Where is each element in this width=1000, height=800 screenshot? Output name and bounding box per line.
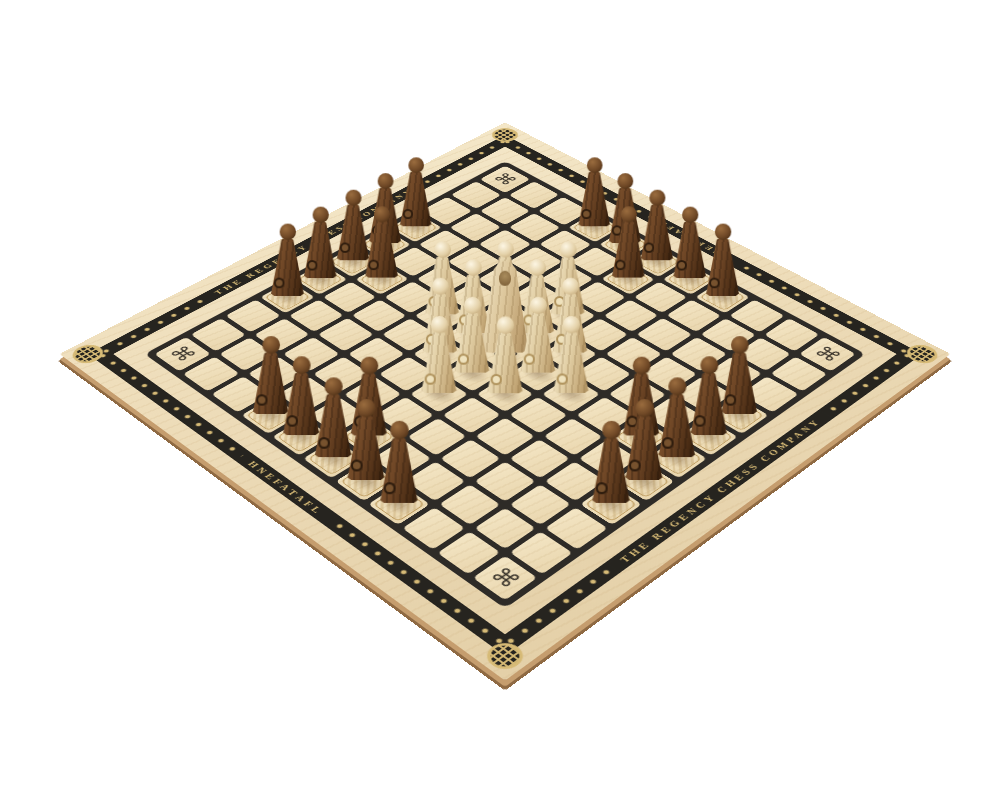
- shield-icon: [403, 209, 413, 219]
- shield-icon: [256, 394, 267, 405]
- hnefatafl-board: Hnefatafl Hnefatafl The Regency Chess Co…: [60, 122, 951, 680]
- shield-icon: [676, 260, 686, 270]
- defender-piece[interactable]: [553, 315, 590, 393]
- shield-icon: [524, 353, 535, 364]
- product-photo-scene: Hnefatafl Hnefatafl The Regency Chess Co…: [0, 0, 1000, 800]
- shield-icon: [318, 437, 330, 449]
- defender-piece[interactable]: [519, 296, 555, 373]
- defender-piece[interactable]: [487, 315, 524, 393]
- shield-icon: [307, 260, 317, 270]
- shield-icon: [350, 459, 362, 471]
- shield-icon: [581, 209, 591, 219]
- attacker-piece[interactable]: [658, 376, 696, 457]
- attacker-piece[interactable]: [379, 420, 418, 503]
- defender-piece[interactable]: [420, 315, 457, 393]
- board-grid: ⌘⌘⌘⌘⌘: [144, 161, 865, 608]
- shield-icon: [274, 278, 285, 289]
- defender-piece[interactable]: [454, 296, 490, 373]
- attacker-piece[interactable]: [591, 420, 630, 503]
- attacker-piece[interactable]: [611, 205, 645, 277]
- attacker-piece[interactable]: [625, 398, 664, 480]
- king-face: [499, 271, 511, 286]
- shield-icon: [458, 353, 469, 364]
- shield-icon: [615, 260, 625, 270]
- shield-icon: [424, 374, 435, 385]
- shield-icon: [491, 374, 502, 385]
- shield-icon: [340, 242, 350, 252]
- attacker-piece[interactable]: [578, 156, 611, 226]
